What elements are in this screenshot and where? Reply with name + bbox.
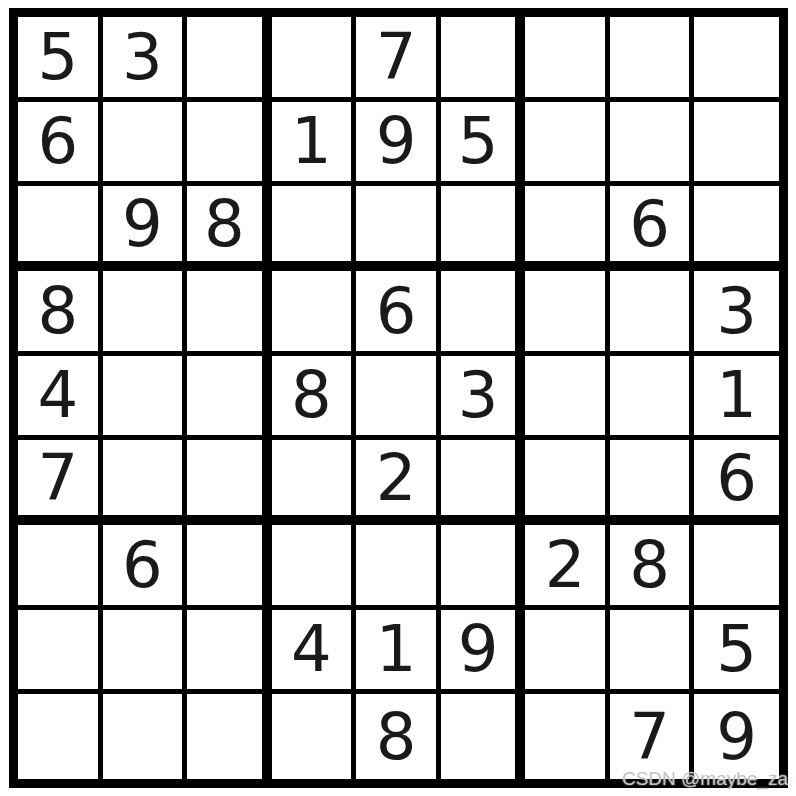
- cell-r1c1[interactable]: 5: [18, 17, 103, 102]
- cell-r4c1[interactable]: 8: [18, 271, 103, 356]
- cell-r1c5[interactable]: 7: [356, 17, 441, 102]
- cell-r6c5[interactable]: 2: [356, 440, 441, 525]
- cell-r9c1[interactable]: [18, 694, 103, 779]
- cell-r5c8[interactable]: [610, 356, 695, 441]
- cell-r7c2[interactable]: 6: [103, 525, 188, 610]
- cell-r1c3[interactable]: [187, 17, 272, 102]
- cell-r1c6[interactable]: [441, 17, 526, 102]
- cell-r9c7[interactable]: [525, 694, 610, 779]
- cell-r2c3[interactable]: [187, 102, 272, 187]
- cell-r2c4[interactable]: 1: [272, 102, 357, 187]
- cell-r5c6[interactable]: 3: [441, 356, 526, 441]
- cell-r7c9[interactable]: [694, 525, 779, 610]
- cell-r5c9[interactable]: 1: [694, 356, 779, 441]
- cell-r5c5[interactable]: [356, 356, 441, 441]
- cell-r2c5[interactable]: 9: [356, 102, 441, 187]
- cell-r2c8[interactable]: [610, 102, 695, 187]
- cell-r7c8[interactable]: 8: [610, 525, 695, 610]
- cell-r7c1[interactable]: [18, 525, 103, 610]
- cell-r8c4[interactable]: 4: [272, 610, 357, 695]
- cell-r7c7[interactable]: 2: [525, 525, 610, 610]
- cell-r8c6[interactable]: 9: [441, 610, 526, 695]
- cell-r5c3[interactable]: [187, 356, 272, 441]
- cell-r8c5[interactable]: 1: [356, 610, 441, 695]
- cell-r7c3[interactable]: [187, 525, 272, 610]
- cell-r8c3[interactable]: [187, 610, 272, 695]
- cell-r3c3[interactable]: 8: [187, 186, 272, 271]
- cell-r3c6[interactable]: [441, 186, 526, 271]
- cell-r8c7[interactable]: [525, 610, 610, 695]
- cell-r4c3[interactable]: [187, 271, 272, 356]
- cell-r2c2[interactable]: [103, 102, 188, 187]
- cell-r2c6[interactable]: 5: [441, 102, 526, 187]
- cell-r4c6[interactable]: [441, 271, 526, 356]
- cell-r3c2[interactable]: 9: [103, 186, 188, 271]
- sudoku-board: 537619598686348317266284195879: [9, 8, 788, 788]
- cell-r3c9[interactable]: [694, 186, 779, 271]
- cell-r9c6[interactable]: [441, 694, 526, 779]
- cell-r2c7[interactable]: [525, 102, 610, 187]
- cell-r6c6[interactable]: [441, 440, 526, 525]
- cell-r7c4[interactable]: [272, 525, 357, 610]
- cell-r4c5[interactable]: 6: [356, 271, 441, 356]
- cell-r5c2[interactable]: [103, 356, 188, 441]
- cell-r6c8[interactable]: [610, 440, 695, 525]
- sudoku-page: 537619598686348317266284195879 CSDN @may…: [0, 0, 796, 796]
- cell-r9c5[interactable]: 8: [356, 694, 441, 779]
- cell-r5c4[interactable]: 8: [272, 356, 357, 441]
- cell-r8c8[interactable]: [610, 610, 695, 695]
- cell-r3c7[interactable]: [525, 186, 610, 271]
- cell-r6c3[interactable]: [187, 440, 272, 525]
- cell-r6c1[interactable]: 7: [18, 440, 103, 525]
- cell-r4c7[interactable]: [525, 271, 610, 356]
- cell-r8c9[interactable]: 5: [694, 610, 779, 695]
- cell-r4c2[interactable]: [103, 271, 188, 356]
- cell-r8c1[interactable]: [18, 610, 103, 695]
- cell-r3c4[interactable]: [272, 186, 357, 271]
- cell-r1c2[interactable]: 3: [103, 17, 188, 102]
- cell-r6c9[interactable]: 6: [694, 440, 779, 525]
- cell-r2c1[interactable]: 6: [18, 102, 103, 187]
- cell-r8c2[interactable]: [103, 610, 188, 695]
- cell-r1c9[interactable]: [694, 17, 779, 102]
- cell-r6c4[interactable]: [272, 440, 357, 525]
- cell-r1c8[interactable]: [610, 17, 695, 102]
- cell-r5c7[interactable]: [525, 356, 610, 441]
- cell-r3c1[interactable]: [18, 186, 103, 271]
- cell-r3c8[interactable]: 6: [610, 186, 695, 271]
- cell-r6c2[interactable]: [103, 440, 188, 525]
- cell-r6c7[interactable]: [525, 440, 610, 525]
- cell-r9c9[interactable]: 9: [694, 694, 779, 779]
- cell-r4c8[interactable]: [610, 271, 695, 356]
- cell-r1c7[interactable]: [525, 17, 610, 102]
- cell-r4c9[interactable]: 3: [694, 271, 779, 356]
- cell-r9c3[interactable]: [187, 694, 272, 779]
- cell-r5c1[interactable]: 4: [18, 356, 103, 441]
- cell-r1c4[interactable]: [272, 17, 357, 102]
- cell-r3c5[interactable]: [356, 186, 441, 271]
- cell-r9c8[interactable]: 7: [610, 694, 695, 779]
- cell-r9c2[interactable]: [103, 694, 188, 779]
- cell-r4c4[interactable]: [272, 271, 357, 356]
- cell-r7c6[interactable]: [441, 525, 526, 610]
- cell-r7c5[interactable]: [356, 525, 441, 610]
- cell-r2c9[interactable]: [694, 102, 779, 187]
- cell-r9c4[interactable]: [272, 694, 357, 779]
